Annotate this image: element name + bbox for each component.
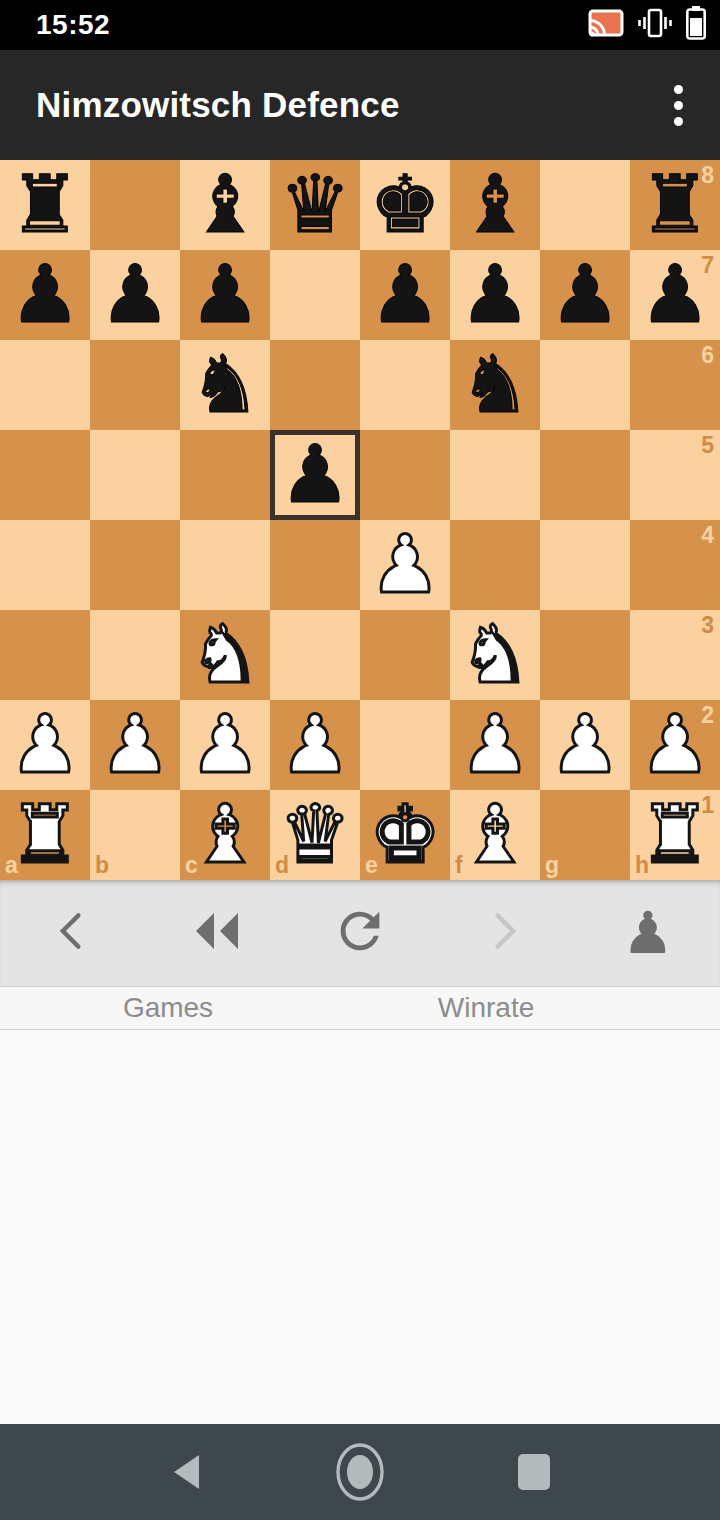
black-pawn: ♟ [459,250,531,340]
square-d8[interactable]: ♛ [270,160,360,250]
square-c3[interactable]: ♞ [180,610,270,700]
pawn-icon: ♟ [622,904,674,962]
square-g7[interactable]: ♟ [540,250,630,340]
white-pawn: ♟ [549,700,621,790]
square-e7[interactable]: ♟ [360,250,450,340]
previous-move-button[interactable] [0,880,144,986]
square-a5[interactable] [0,430,90,520]
white-pawn: ♟ [99,700,171,790]
square-d6[interactable] [270,340,360,430]
winrate-column-header: Winrate [438,992,534,1024]
square-f1[interactable]: ♝f [450,790,540,880]
black-pawn: ♟ [549,250,621,340]
refresh-icon [331,902,389,964]
square-a3[interactable] [0,610,90,700]
square-f3[interactable]: ♞ [450,610,540,700]
white-rook: ♜ [9,790,81,880]
white-rook: ♜ [639,790,711,880]
results-list-empty [0,1030,720,1424]
square-g4[interactable] [540,520,630,610]
square-b5[interactable] [90,430,180,520]
app-bar: Nimzowitsch Defence [0,50,720,160]
square-e3[interactable] [360,610,450,700]
rewind-to-start-button[interactable] [144,880,288,986]
square-h7[interactable]: ♟7 [630,250,720,340]
status-icons [588,6,706,44]
square-b6[interactable] [90,340,180,430]
games-column-header: Games [123,992,213,1024]
square-h4[interactable]: 4 [630,520,720,610]
black-king: ♚ [369,160,441,250]
white-queen: ♛ [279,790,351,880]
square-d2[interactable]: ♟ [270,700,360,790]
rank-label-4: 4 [701,524,714,547]
square-e2[interactable] [360,700,450,790]
square-d3[interactable] [270,610,360,700]
clock: 15:52 [36,9,110,41]
rank-label-1: 1 [701,794,714,817]
square-f2[interactable]: ♟ [450,700,540,790]
black-pawn: ♟ [9,250,81,340]
square-a6[interactable] [0,340,90,430]
square-c2[interactable]: ♟ [180,700,270,790]
move-toolbar: ♟ [0,880,720,986]
square-d4[interactable] [270,520,360,610]
square-f8[interactable]: ♝ [450,160,540,250]
file-label-e: e [365,854,378,877]
square-h5[interactable]: 5 [630,430,720,520]
square-c8[interactable]: ♝ [180,160,270,250]
back-triangle-icon[interactable] [167,1452,205,1492]
square-c6[interactable]: ♞ [180,340,270,430]
square-c4[interactable] [180,520,270,610]
black-queen: ♛ [279,160,351,250]
white-pawn: ♟ [9,700,81,790]
square-c5[interactable] [180,430,270,520]
white-pawn: ♟ [189,700,261,790]
vibrate-icon [638,7,672,43]
reset-position-button[interactable] [288,880,432,986]
square-h1[interactable]: ♜1h [630,790,720,880]
square-d1[interactable]: ♛d [270,790,360,880]
square-a2[interactable]: ♟ [0,700,90,790]
square-e1[interactable]: ♚e [360,790,450,880]
square-e6[interactable] [360,340,450,430]
black-knight: ♞ [459,340,531,430]
practice-mode-button[interactable]: ♟ [576,880,720,986]
black-rook: ♜ [639,160,711,250]
square-g5[interactable] [540,430,630,520]
black-pawn: ♟ [99,250,171,340]
square-f4[interactable] [450,520,540,610]
rank-label-5: 5 [701,434,714,457]
chevron-left-icon [50,907,94,959]
square-h8[interactable]: ♜8 [630,160,720,250]
results-table-header: Games Winrate [0,986,720,1030]
black-bishop: ♝ [189,160,261,250]
black-pawn: ♟ [279,430,351,520]
black-rook: ♜ [9,160,81,250]
square-g2[interactable]: ♟ [540,700,630,790]
page-title: Nimzowitsch Defence [36,85,400,125]
square-b4[interactable] [90,520,180,610]
square-b8[interactable] [90,160,180,250]
square-b7[interactable]: ♟ [90,250,180,340]
square-e8[interactable]: ♚ [360,160,450,250]
square-b3[interactable] [90,610,180,700]
black-pawn: ♟ [369,250,441,340]
black-pawn: ♟ [639,250,711,340]
home-circle-icon[interactable] [334,1441,386,1503]
white-bishop: ♝ [459,790,531,880]
square-d5[interactable]: ♟ [270,430,360,520]
battery-icon [686,6,706,44]
white-pawn: ♟ [279,700,351,790]
square-e4[interactable]: ♟ [360,520,450,610]
file-label-b: b [95,854,109,877]
white-pawn: ♟ [369,520,441,610]
rank-label-6: 6 [701,344,714,367]
cast-icon [588,8,624,42]
file-label-g: g [545,854,559,877]
square-g3[interactable] [540,610,630,700]
square-b2[interactable]: ♟ [90,700,180,790]
black-pawn: ♟ [189,250,261,340]
square-a8[interactable]: ♜ [0,160,90,250]
square-g8[interactable] [540,160,630,250]
square-d7[interactable] [270,250,360,340]
black-bishop: ♝ [459,160,531,250]
square-h2[interactable]: ♟2 [630,700,720,790]
white-knight: ♞ [189,610,261,700]
fast-rewind-icon [188,909,244,957]
square-g1[interactable]: g [540,790,630,880]
status-bar: 15:52 [0,0,720,50]
white-pawn: ♟ [459,700,531,790]
file-label-c: c [185,854,198,877]
black-knight: ♞ [189,340,261,430]
file-label-h: h [635,854,649,877]
rank-label-7: 7 [701,254,714,277]
square-e5[interactable] [360,430,450,520]
square-f5[interactable] [450,430,540,520]
square-f6[interactable]: ♞ [450,340,540,430]
rank-label-2: 2 [701,704,714,727]
white-knight: ♞ [459,610,531,700]
white-king: ♚ [369,790,441,880]
rank-label-8: 8 [701,164,714,187]
rank-label-3: 3 [701,614,714,637]
square-a1[interactable]: ♜a [0,790,90,880]
square-b1[interactable]: b [90,790,180,880]
chevron-right-icon [482,907,526,959]
file-label-d: d [275,854,289,877]
recents-square-icon[interactable] [517,1452,551,1492]
white-pawn: ♟ [639,700,711,790]
file-label-f: f [455,854,463,877]
android-navigation-bar [0,1424,720,1520]
square-h3[interactable]: 3 [630,610,720,700]
square-h6[interactable]: 6 [630,340,720,430]
chess-board[interactable]: ♜♝♛♚♝♜8♟♟♟♟♟♟♟7♞♞6♟5♟4♞♞3♟♟♟♟♟♟♟2♜ab♝c♛d… [0,160,720,880]
square-a7[interactable]: ♟ [0,250,90,340]
white-bishop: ♝ [189,790,261,880]
square-f7[interactable]: ♟ [450,250,540,340]
square-c7[interactable]: ♟ [180,250,270,340]
square-a4[interactable] [0,520,90,610]
next-move-button[interactable] [432,880,576,986]
screen: 15:52 [0,0,720,1520]
overflow-menu-button[interactable] [654,73,702,137]
square-c1[interactable]: ♝c [180,790,270,880]
square-g6[interactable] [540,340,630,430]
file-label-a: a [5,854,18,877]
